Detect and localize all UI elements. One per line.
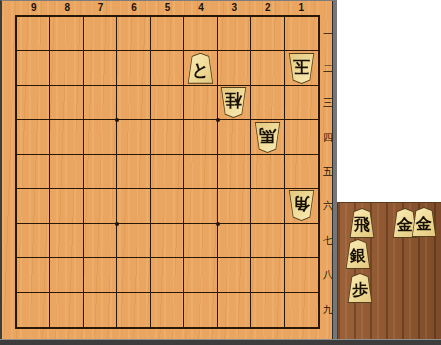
square-6五[interactable] (117, 155, 150, 189)
square-9九[interactable] (17, 293, 50, 327)
shogi-board: 987654321 一二三四五六七八九 と玉桂馬角 (0, 0, 337, 339)
square-1五[interactable] (285, 155, 318, 189)
square-1三[interactable] (285, 86, 318, 120)
square-4六[interactable] (184, 189, 217, 223)
square-6四[interactable] (117, 120, 150, 154)
square-3五[interactable] (218, 155, 251, 189)
star-point (115, 222, 119, 226)
komadai-piece-stand: 飛金金銀歩 (337, 202, 441, 339)
square-1七[interactable] (285, 224, 318, 258)
window-bottom-edge (0, 339, 441, 345)
square-8二[interactable] (50, 51, 83, 85)
square-6九[interactable] (117, 293, 150, 327)
square-4七[interactable] (184, 224, 217, 258)
square-5四[interactable] (151, 120, 184, 154)
square-2五[interactable] (251, 155, 284, 189)
square-9三[interactable] (17, 86, 50, 120)
file-label-7: 7 (91, 1, 111, 14)
square-8四[interactable] (50, 120, 83, 154)
square-7五[interactable] (84, 155, 117, 189)
square-7一[interactable] (84, 17, 117, 51)
square-6六[interactable] (117, 189, 150, 223)
square-5二[interactable] (151, 51, 184, 85)
square-2九[interactable] (251, 293, 284, 327)
star-point (216, 222, 220, 226)
square-5一[interactable] (151, 17, 184, 51)
board-grid: と玉桂馬角 (15, 15, 320, 329)
square-8五[interactable] (50, 155, 83, 189)
square-2一[interactable] (251, 17, 284, 51)
square-7三[interactable] (84, 86, 117, 120)
square-9四[interactable] (17, 120, 50, 154)
square-8七[interactable] (50, 224, 83, 258)
piece-kanji: 馬 (259, 127, 276, 148)
gote-piece-玉-1二[interactable]: 玉 (288, 53, 315, 84)
file-label-5: 5 (158, 1, 178, 14)
file-label-3: 3 (224, 1, 244, 14)
piece-kanji: と (192, 58, 209, 79)
square-4五[interactable] (184, 155, 217, 189)
file-label-9: 9 (24, 1, 44, 14)
square-1八[interactable] (285, 258, 318, 292)
square-5八[interactable] (151, 258, 184, 292)
square-9二[interactable] (17, 51, 50, 85)
file-label-6: 6 (124, 1, 144, 14)
gote-piece-馬-2四[interactable]: 馬 (254, 122, 281, 153)
square-2六[interactable] (251, 189, 284, 223)
square-1二[interactable]: 玉 (285, 51, 318, 85)
piece-kanji: 飛 (354, 213, 370, 233)
piece-kanji: 金 (416, 212, 432, 232)
sente-piece-と-4二[interactable]: と (187, 53, 214, 84)
square-7四[interactable] (84, 120, 117, 154)
square-1四[interactable] (285, 120, 318, 154)
piece-kanji: 銀 (350, 244, 366, 264)
square-4三[interactable] (184, 86, 217, 120)
file-labels: 987654321 (15, 1, 320, 14)
square-4四[interactable] (184, 120, 217, 154)
star-point (216, 118, 220, 122)
file-label-2: 2 (258, 1, 278, 14)
square-9七[interactable] (17, 224, 50, 258)
sente-piece-歩[interactable]: 歩 (347, 273, 373, 303)
star-point (115, 118, 119, 122)
file-label-8: 8 (57, 1, 77, 14)
square-6二[interactable] (117, 51, 150, 85)
square-8一[interactable] (50, 17, 83, 51)
square-7九[interactable] (84, 293, 117, 327)
square-2四[interactable]: 馬 (251, 120, 284, 154)
piece-kanji: 角 (293, 195, 310, 216)
square-9一[interactable] (17, 17, 50, 51)
gote-piece-桂-3三[interactable]: 桂 (220, 87, 247, 118)
square-5九[interactable] (151, 293, 184, 327)
sente-piece-金[interactable]: 金 (411, 207, 437, 237)
square-9八[interactable] (17, 258, 50, 292)
square-3七[interactable] (218, 224, 251, 258)
square-6七[interactable] (117, 224, 150, 258)
piece-kanji: 桂 (225, 92, 242, 113)
square-2三[interactable] (251, 86, 284, 120)
square-2八[interactable] (251, 258, 284, 292)
sente-piece-飛[interactable]: 飛 (349, 208, 375, 238)
square-4八[interactable] (184, 258, 217, 292)
square-5六[interactable] (151, 189, 184, 223)
square-6三[interactable] (117, 86, 150, 120)
square-5三[interactable] (151, 86, 184, 120)
file-label-4: 4 (191, 1, 211, 14)
square-2二[interactable] (251, 51, 284, 85)
square-1九[interactable] (285, 293, 318, 327)
piece-kanji: 歩 (352, 278, 368, 298)
square-4九[interactable] (184, 293, 217, 327)
square-7八[interactable] (84, 258, 117, 292)
piece-kanji: 金 (397, 213, 413, 233)
square-8六[interactable] (50, 189, 83, 223)
square-1一[interactable] (285, 17, 318, 51)
file-label-1: 1 (291, 1, 311, 14)
square-6一[interactable] (117, 17, 150, 51)
square-3三[interactable]: 桂 (218, 86, 251, 120)
sente-piece-銀[interactable]: 銀 (345, 239, 371, 269)
square-3八[interactable] (218, 258, 251, 292)
square-3一[interactable] (218, 17, 251, 51)
square-4二[interactable]: と (184, 51, 217, 85)
square-3九[interactable] (218, 293, 251, 327)
square-3二[interactable] (218, 51, 251, 85)
square-3六[interactable] (218, 189, 251, 223)
square-8八[interactable] (50, 258, 83, 292)
square-7七[interactable] (84, 224, 117, 258)
square-9五[interactable] (17, 155, 50, 189)
square-1六[interactable]: 角 (285, 189, 318, 223)
square-8九[interactable] (50, 293, 83, 327)
square-5七[interactable] (151, 224, 184, 258)
square-9六[interactable] (17, 189, 50, 223)
square-5五[interactable] (151, 155, 184, 189)
square-7二[interactable] (84, 51, 117, 85)
square-6八[interactable] (117, 258, 150, 292)
square-8三[interactable] (50, 86, 83, 120)
square-7六[interactable] (84, 189, 117, 223)
square-2七[interactable] (251, 224, 284, 258)
piece-kanji: 玉 (293, 58, 310, 79)
square-4一[interactable] (184, 17, 217, 51)
gote-piece-角-1六[interactable]: 角 (288, 190, 315, 221)
square-3四[interactable] (218, 120, 251, 154)
